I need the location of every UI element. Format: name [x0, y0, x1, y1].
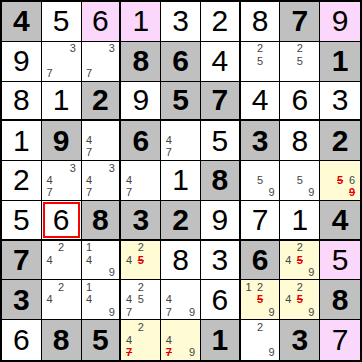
cell-r5c2[interactable]: 347: [42, 161, 82, 201]
pencil-slot-empty: [243, 174, 255, 186]
pencil-mark-4: 4: [163, 334, 175, 347]
cell-r6c9[interactable]: 4: [320, 201, 360, 241]
pencil-slot-empty: [55, 306, 67, 318]
cell-r7c2[interactable]: 24: [42, 241, 82, 281]
cell-r1c2[interactable]: 5: [42, 2, 82, 42]
pencil-slot-empty: [123, 242, 135, 254]
pencil-slot-empty: [243, 334, 255, 347]
pencil-slot-empty: [147, 334, 159, 347]
pencil-slot-empty: [55, 294, 67, 306]
given-digit: 4: [13, 6, 30, 36]
pencil-slot-empty: [106, 242, 117, 254]
pencil-slot-empty: [266, 321, 278, 334]
pencil-slot-empty: [175, 294, 187, 306]
cell-r5c3[interactable]: 347: [82, 161, 122, 201]
solved-digit: 3: [332, 85, 349, 115]
cell-r8c2[interactable]: 24: [42, 280, 82, 320]
cell-r2c2[interactable]: 37: [42, 42, 82, 82]
solved-digit: 9: [332, 6, 349, 36]
solved-digit: 5: [332, 245, 349, 275]
cell-r4c3[interactable]: 47: [82, 121, 122, 161]
cell-r2c1[interactable]: 9: [2, 42, 42, 82]
pencil-marks: 569: [322, 162, 358, 199]
pencil-mark-4: 4: [123, 254, 135, 266]
pencil-slot-empty: [147, 254, 159, 266]
given-digit: 3: [291, 325, 308, 355]
pencil-slot-empty: [322, 187, 334, 199]
cell-r9c3[interactable]: 5: [82, 320, 122, 360]
pencil-slot-empty: [95, 281, 106, 293]
cell-r6c3[interactable]: 8: [82, 201, 122, 241]
pencil-slot-empty: [95, 266, 106, 278]
pencil-slot-empty: [243, 67, 255, 79]
pencil-slot-empty: [243, 346, 255, 359]
pencil-mark-3: 3: [106, 162, 117, 174]
given-digit: 5: [92, 325, 109, 355]
cell-r5c1[interactable]: 2: [2, 161, 42, 201]
pencil-slot-empty: [44, 266, 56, 278]
pencil-marks: 24: [44, 281, 79, 318]
cell-r2c4[interactable]: 8: [121, 42, 161, 82]
pencil-mark-7: 7: [123, 306, 135, 318]
pencil-marks: 37: [44, 43, 79, 80]
pencil-slot-empty: [175, 281, 187, 293]
cell-r9c2[interactable]: 8: [42, 320, 82, 360]
pencil-slot-empty: [282, 187, 294, 199]
pencil-mark-7: 7: [44, 187, 56, 199]
pencil-slot-empty: [186, 122, 198, 134]
given-digit: 3: [132, 205, 149, 235]
cell-r7c4[interactable]: 245: [121, 241, 161, 281]
pencil-mark-4: 4: [123, 334, 135, 347]
given-digit: 8: [92, 205, 109, 235]
pencil-slot-empty: [135, 187, 147, 199]
pencil-slot-empty: [243, 321, 255, 334]
pencil-slot-empty: [254, 346, 266, 359]
pencil-slot-empty: [147, 294, 159, 306]
pencil-slot-empty: [334, 162, 346, 174]
pencil-slot-empty: [67, 242, 79, 254]
solved-digit: 8: [13, 85, 30, 115]
pencil-marks: 245: [123, 242, 158, 279]
pencil-slot-empty: [55, 162, 67, 174]
pencil-marks: 47: [123, 162, 158, 199]
cell-r7c8[interactable]: 2459: [280, 241, 320, 281]
solved-digit: 5: [13, 205, 30, 235]
pencil-slot-empty: [95, 55, 106, 67]
pencil-slot-empty: [106, 55, 117, 67]
cell-r4c8[interactable]: 8: [280, 121, 320, 161]
given-digit: 1: [211, 325, 228, 355]
pencil-slot-empty: [186, 135, 198, 147]
pencil-mark-3: 3: [106, 43, 117, 55]
pencil-slot-empty: [186, 321, 198, 334]
pencil-slot-empty: [254, 306, 266, 318]
cell-r5c4[interactable]: 47: [121, 161, 161, 201]
given-digit: 9: [53, 126, 70, 156]
pencil-slot-empty: [147, 242, 159, 254]
cell-r4c2[interactable]: 9: [42, 121, 82, 161]
cell-r9c8[interactable]: 3: [280, 320, 320, 360]
pencil-slot-empty: [67, 266, 79, 278]
pencil-mark-5: 5: [135, 294, 147, 306]
pencil-slot-empty: [306, 254, 318, 266]
solved-digit: 5: [53, 6, 70, 36]
pencil-mark-9: 9: [186, 306, 198, 318]
cell-r1c8[interactable]: 7: [280, 2, 320, 42]
given-digit: 1: [332, 46, 349, 76]
pencil-slot-empty: [175, 122, 187, 134]
pencil-slot-empty: [346, 162, 358, 174]
cell-r9c5[interactable]: 479: [161, 320, 201, 360]
cell-r8c7[interactable]: 1259: [241, 280, 281, 320]
solved-digit: 5: [211, 126, 228, 156]
cell-r1c3[interactable]: 6: [82, 2, 122, 42]
cell-r1c5[interactable]: 3: [161, 2, 201, 42]
pencil-marks: 2459: [282, 242, 317, 279]
cell-r6c2[interactable]: 6: [42, 201, 82, 241]
pencil-slot-empty: [282, 266, 294, 278]
pencil-mark-4: 4: [84, 254, 95, 266]
pencil-mark-5: 5: [254, 294, 266, 306]
pencil-mark-9: 9: [266, 346, 278, 359]
cell-r6c6[interactable]: 9: [201, 201, 241, 241]
pencil-mark-7: 7: [84, 67, 95, 79]
cell-r1c9[interactable]: 9: [320, 2, 360, 42]
cell-r6c8[interactable]: 1: [280, 201, 320, 241]
pencil-slot-empty: [55, 187, 67, 199]
pencil-mark-4: 4: [84, 174, 95, 186]
pencil-slot-empty: [294, 266, 306, 278]
cell-r3c4[interactable]: 9: [121, 82, 161, 122]
pencil-slot-empty: [282, 55, 294, 67]
cell-r9c9[interactable]: 7: [320, 320, 360, 360]
pencil-slot-empty: [294, 162, 306, 174]
pencil-slot-empty: [175, 135, 187, 147]
pencil-mark-9: 9: [306, 306, 318, 318]
pencil-slot-empty: [243, 43, 255, 55]
cell-r7c1[interactable]: 7: [2, 241, 42, 281]
pencil-slot-empty: [243, 306, 255, 318]
cell-r1c1[interactable]: 4: [2, 2, 42, 42]
cell-r3c5[interactable]: 5: [161, 82, 201, 122]
pencil-mark-2: 2: [135, 281, 147, 293]
pencil-slot-empty: [306, 55, 318, 67]
pencil-slot-empty: [106, 135, 117, 147]
cell-r3c7[interactable]: 4: [241, 82, 281, 122]
cell-r5c5[interactable]: 1: [161, 161, 201, 201]
pencil-slot-empty: [95, 135, 106, 147]
cell-r3c2[interactable]: 1: [42, 82, 82, 122]
solved-digit: 7: [332, 325, 349, 355]
given-digit: 8: [211, 165, 228, 195]
pencil-slot-empty: [106, 174, 117, 186]
pencil-slot-empty: [282, 281, 294, 293]
pencil-marks: 2459: [282, 281, 317, 318]
pencil-mark-4: 4: [163, 135, 175, 147]
pencil-slot-empty: [306, 162, 318, 174]
pencil-marks: 29: [243, 321, 278, 359]
given-digit: 6: [252, 245, 269, 275]
cell-r2c5[interactable]: 6: [161, 42, 201, 82]
pencil-slot-empty: [44, 162, 56, 174]
pencil-slot-empty: [282, 306, 294, 318]
pencil-slot-empty: [306, 281, 318, 293]
pencil-slot-empty: [282, 174, 294, 186]
pencil-slot-empty: [306, 43, 318, 55]
pencil-slot-empty: [163, 321, 175, 334]
cell-r2c8[interactable]: 25: [280, 42, 320, 82]
cell-r3c6[interactable]: 7: [201, 82, 241, 122]
pencil-mark-2: 2: [55, 281, 67, 293]
pencil-mark-3: 3: [67, 162, 79, 174]
pencil-mark-5: 5: [254, 55, 266, 67]
pencil-slot-empty: [266, 43, 278, 55]
cell-r9c1[interactable]: 6: [2, 320, 42, 360]
pencil-slot-empty: [147, 162, 159, 174]
solved-digit: 8: [252, 6, 269, 36]
pencil-slot-empty: [67, 254, 79, 266]
pencil-mark-1: 1: [84, 281, 95, 293]
pencil-slot-empty: [175, 147, 187, 159]
pencil-mark-9: 9: [106, 306, 117, 318]
pencil-slot-empty: [322, 174, 334, 186]
pencil-slot-empty: [147, 187, 159, 199]
pencil-slot-empty: [147, 281, 159, 293]
pencil-slot-empty: [106, 122, 117, 134]
cell-r9c7[interactable]: 29: [241, 320, 281, 360]
solved-digit: 6: [53, 205, 70, 235]
pencil-mark-7: 7: [163, 346, 175, 359]
pencil-mark-9: 9: [106, 266, 117, 278]
pencil-mark-1: 1: [84, 242, 95, 254]
cell-r3c3[interactable]: 2: [82, 82, 122, 122]
cell-r8c3[interactable]: 149: [82, 280, 122, 320]
solved-digit: 6: [13, 325, 30, 355]
pencil-slot-empty: [44, 43, 56, 55]
pencil-slot-empty: [95, 67, 106, 79]
pencil-slot-empty: [123, 321, 135, 334]
cell-r7c5[interactable]: 8: [161, 241, 201, 281]
pencil-slot-empty: [135, 346, 147, 359]
pencil-slot-empty: [106, 254, 117, 266]
pencil-slot-empty: [254, 67, 266, 79]
cell-r7c7[interactable]: 6: [241, 241, 281, 281]
pencil-slot-empty: [306, 174, 318, 186]
solved-digit: 4: [252, 85, 269, 115]
cell-r8c5[interactable]: 479: [161, 280, 201, 320]
pencil-slot-empty: [67, 187, 79, 199]
solved-digit: 1: [132, 6, 149, 36]
pencil-slot-empty: [266, 281, 278, 293]
given-digit: 2: [92, 85, 109, 115]
pencil-slot-empty: [44, 281, 56, 293]
pencil-marks: 37: [84, 43, 118, 80]
pencil-slot-empty: [266, 294, 278, 306]
pencil-slot-empty: [135, 334, 147, 347]
pencil-slot-empty: [95, 43, 106, 55]
cell-r8c6[interactable]: 6: [201, 280, 241, 320]
cell-r2c9[interactable]: 1: [320, 42, 360, 82]
pencil-slot-empty: [282, 162, 294, 174]
pencil-slot-empty: [135, 162, 147, 174]
pencil-mark-2: 2: [294, 281, 306, 293]
pencil-slot-empty: [106, 67, 117, 79]
pencil-slot-empty: [243, 187, 255, 199]
pencil-slot-empty: [306, 294, 318, 306]
solved-digit: 6: [291, 85, 308, 115]
pencil-slot-empty: [254, 162, 266, 174]
pencil-marks: 25: [282, 43, 317, 80]
pencil-mark-2: 2: [135, 242, 147, 254]
pencil-slot-empty: [95, 187, 106, 199]
pencil-slot-empty: [123, 162, 135, 174]
solved-digit: 3: [172, 6, 189, 36]
pencil-slot-empty: [55, 174, 67, 186]
pencil-slot-empty: [95, 254, 106, 266]
pencil-slot-empty: [95, 242, 106, 254]
pencil-slot-empty: [55, 43, 67, 55]
pencil-slot-empty: [282, 242, 294, 254]
cell-r5c7[interactable]: 59: [241, 161, 281, 201]
pencil-slot-empty: [243, 162, 255, 174]
pencil-mark-9: 9: [186, 346, 198, 359]
cell-r3c8[interactable]: 6: [280, 82, 320, 122]
cell-r4c7[interactable]: 3: [241, 121, 281, 161]
solved-digit: 3: [211, 245, 228, 275]
pencil-mark-5: 5: [254, 174, 266, 186]
cell-r4c5[interactable]: 47: [161, 121, 201, 161]
cell-r8c8[interactable]: 2459: [280, 280, 320, 320]
given-digit: 2: [332, 126, 349, 156]
pencil-slot-empty: [243, 294, 255, 306]
pencil-slot-empty: [147, 266, 159, 278]
given-digit: 8: [53, 325, 70, 355]
pencil-slot-empty: [106, 147, 117, 159]
pencil-slot-empty: [135, 266, 147, 278]
cell-r5c6[interactable]: 8: [201, 161, 241, 201]
cell-r6c5[interactable]: 2: [161, 201, 201, 241]
cell-r1c7[interactable]: 8: [241, 2, 281, 42]
given-digit: 3: [252, 126, 269, 156]
given-digit: 7: [13, 245, 30, 275]
solved-digit: 9: [211, 205, 228, 235]
pencil-slot-empty: [294, 67, 306, 79]
pencil-mark-4: 4: [163, 294, 175, 306]
pencil-mark-4: 4: [123, 174, 135, 186]
pencil-slot-empty: [322, 162, 334, 174]
solved-digit: 2: [13, 165, 30, 195]
pencil-slot-empty: [55, 254, 67, 266]
pencil-slot-empty: [44, 306, 56, 318]
pencil-slot-empty: [95, 147, 106, 159]
solved-digit: 1: [172, 165, 189, 195]
pencil-marks: 479: [163, 321, 198, 359]
pencil-slot-empty: [55, 67, 67, 79]
cell-r6c7[interactable]: 7: [241, 201, 281, 241]
pencil-mark-9: 9: [266, 187, 278, 199]
pencil-slot-empty: [106, 294, 117, 306]
cell-r1c4[interactable]: 1: [121, 2, 161, 42]
pencil-slot-empty: [67, 174, 79, 186]
cell-r6c4[interactable]: 3: [121, 201, 161, 241]
pencil-mark-5: 5: [135, 254, 147, 266]
cell-r3c1[interactable]: 8: [2, 82, 42, 122]
pencil-mark-4: 4: [282, 294, 294, 306]
pencil-slot-empty: [44, 242, 56, 254]
pencil-slot-empty: [123, 266, 135, 278]
pencil-slot-empty: [67, 67, 79, 79]
pencil-slot-empty: [147, 174, 159, 186]
cell-r7c6[interactable]: 3: [201, 241, 241, 281]
given-digit: 8: [332, 285, 349, 315]
cell-r7c9[interactable]: 5: [320, 241, 360, 281]
pencil-mark-4: 4: [123, 294, 135, 306]
pencil-slot-empty: [266, 67, 278, 79]
cell-r4c1[interactable]: 1: [2, 121, 42, 161]
solved-digit: 9: [13, 46, 30, 76]
pencil-mark-9: 9: [306, 187, 318, 199]
pencil-slot-empty: [44, 55, 56, 67]
pencil-slot-empty: [306, 67, 318, 79]
cell-r8c9[interactable]: 8: [320, 280, 360, 320]
pencil-slot-empty: [67, 281, 79, 293]
pencil-slot-empty: [163, 281, 175, 293]
pencil-slot-empty: [135, 174, 147, 186]
pencil-slot-empty: [294, 187, 306, 199]
cell-r9c4[interactable]: 247: [121, 320, 161, 360]
cell-r1c6[interactable]: 2: [201, 2, 241, 42]
cell-r4c4[interactable]: 6: [121, 121, 161, 161]
given-digit: 8: [132, 46, 149, 76]
pencil-slot-empty: [84, 162, 95, 174]
pencil-marks: 59: [243, 162, 278, 199]
solved-digit: 9: [132, 85, 149, 115]
pencil-slot-empty: [135, 306, 147, 318]
pencil-marks: 24: [44, 242, 79, 279]
given-digit: 2: [172, 205, 189, 235]
cell-r8c1[interactable]: 3: [2, 280, 42, 320]
cell-r7c3[interactable]: 149: [82, 241, 122, 281]
cell-r5c8[interactable]: 59: [280, 161, 320, 201]
pencil-slot-empty: [254, 187, 266, 199]
pencil-slot-empty: [95, 306, 106, 318]
cell-r9c6[interactable]: 1: [201, 320, 241, 360]
pencil-slot-empty: [243, 55, 255, 67]
solved-digit: 8: [172, 245, 189, 275]
cell-r8c4[interactable]: 2457: [121, 280, 161, 320]
cell-r2c7[interactable]: 25: [241, 42, 281, 82]
cell-r4c6[interactable]: 5: [201, 121, 241, 161]
pencil-mark-9: 9: [266, 306, 278, 318]
cell-r2c6[interactable]: 4: [201, 42, 241, 82]
pencil-slot-empty: [67, 306, 79, 318]
solved-digit: 4: [211, 46, 228, 76]
pencil-mark-5: 5: [294, 55, 306, 67]
pencil-slot-empty: [84, 266, 95, 278]
pencil-mark-3: 3: [67, 43, 79, 55]
cell-r4c9[interactable]: 2: [320, 121, 360, 161]
pencil-slot-empty: [95, 174, 106, 186]
pencil-mark-4: 4: [84, 135, 95, 147]
cell-r2c3[interactable]: 37: [82, 42, 122, 82]
cell-r6c1[interactable]: 5: [2, 201, 42, 241]
cell-r5c9[interactable]: 569: [320, 161, 360, 201]
cell-r3c9[interactable]: 3: [320, 82, 360, 122]
pencil-mark-5: 5: [294, 294, 306, 306]
pencil-marks: 47: [84, 122, 118, 159]
solved-digit: 1: [53, 85, 70, 115]
